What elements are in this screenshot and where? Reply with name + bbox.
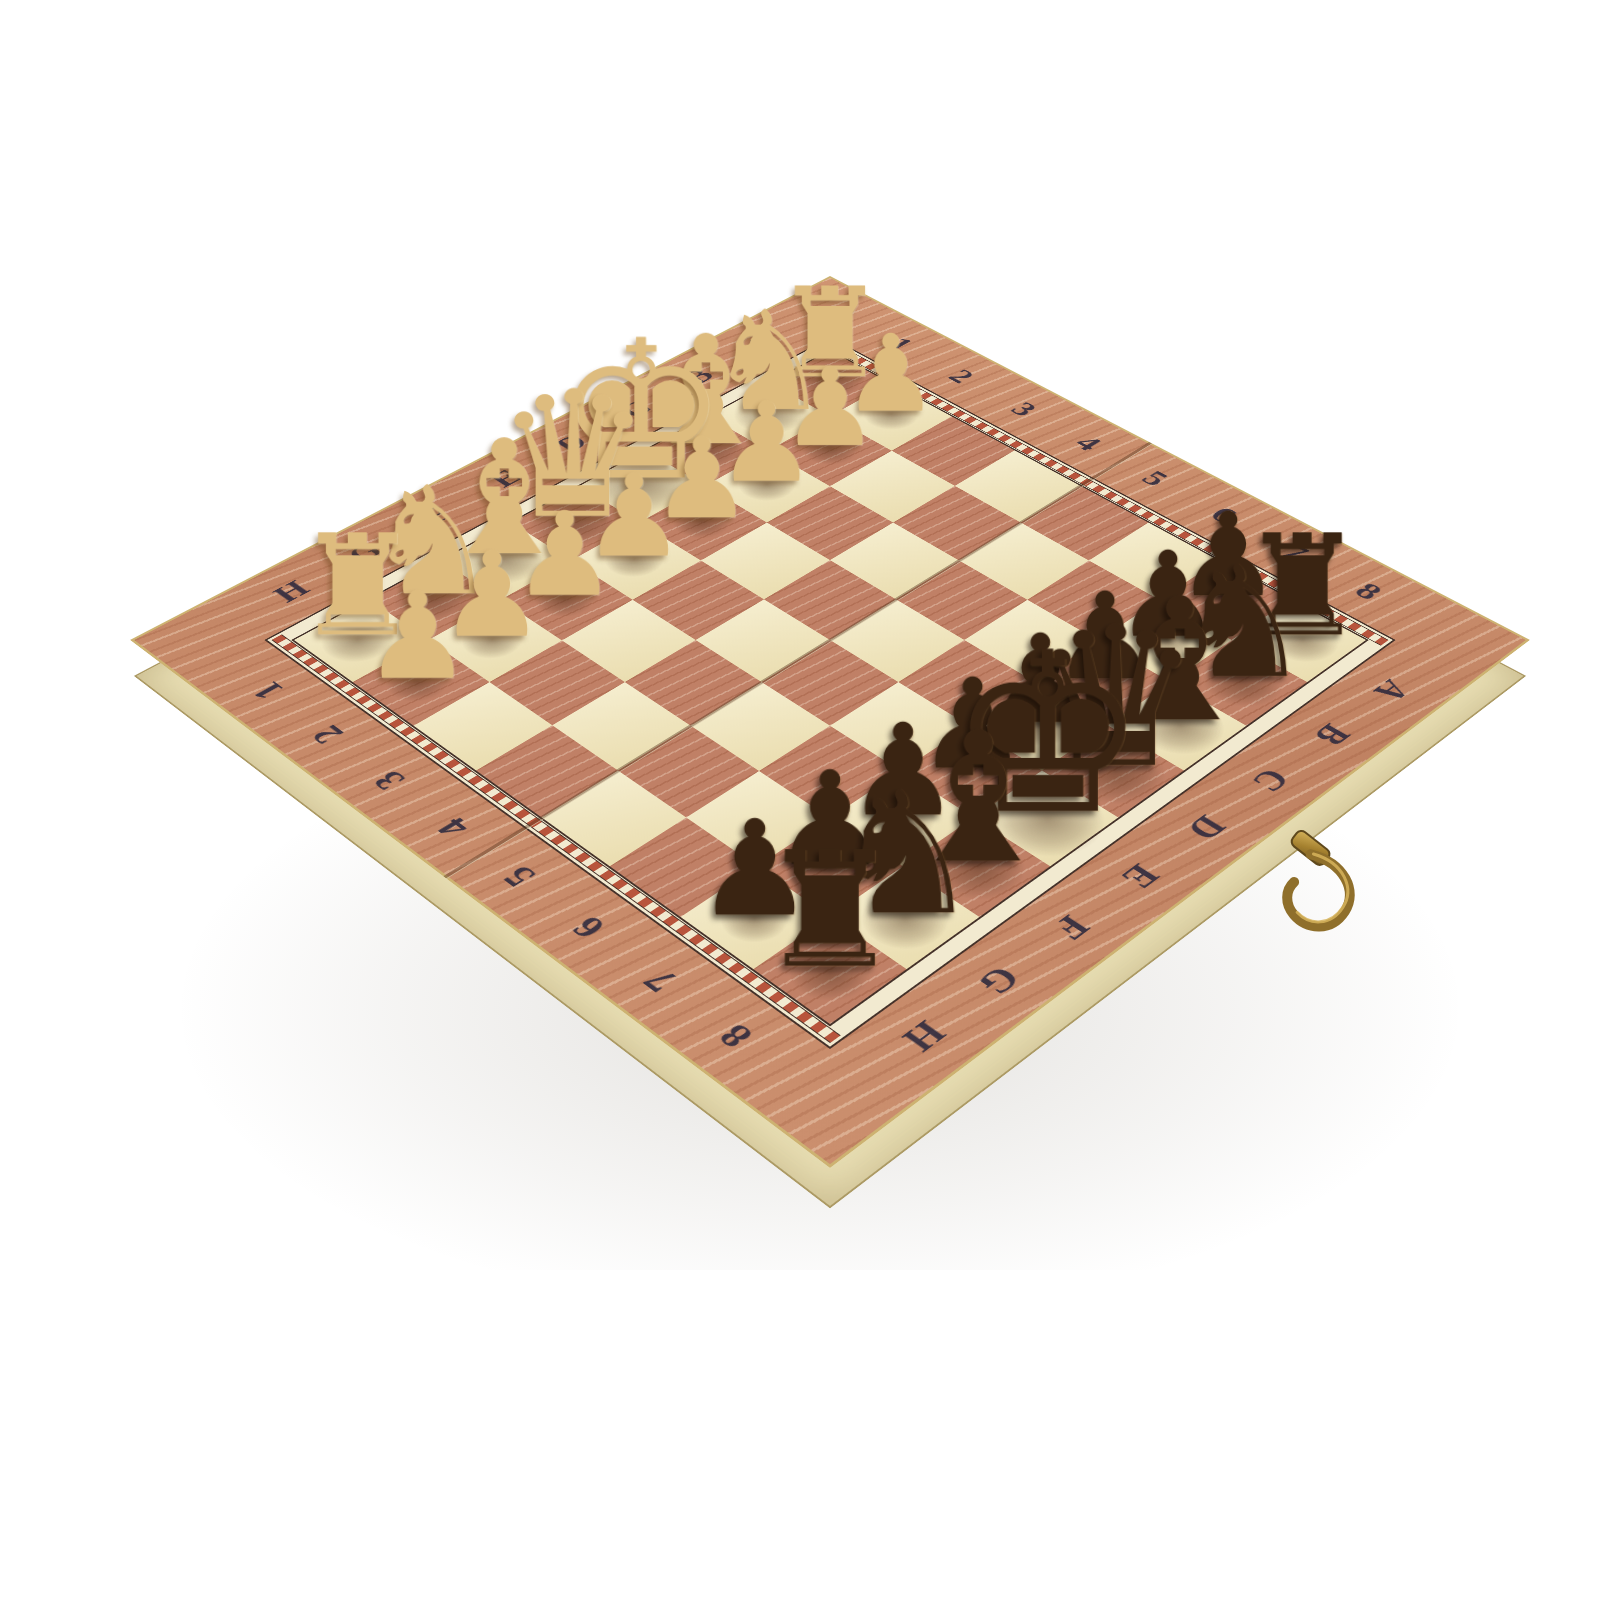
chess-board-3d: 12345678 12345678 ABCDEFGH ABCDEFGH ♜♞♝♚…	[130, 276, 1530, 1168]
white-pawn-glyph: ♟	[364, 576, 472, 696]
black-rook-glyph: ♜	[758, 831, 901, 991]
pieces-plane: ♜♞♝♚♛♝♞♜♟♟♟♟♟♟♟♟♟♟♟♟♟♟♟♟♜♞♝♛♚♝♞♜	[130, 276, 1530, 1168]
scene: 12345678 12345678 ABCDEFGH ABCDEFGH ♜♞♝♚…	[0, 0, 1600, 1600]
brass-latch-icon	[1245, 818, 1405, 968]
